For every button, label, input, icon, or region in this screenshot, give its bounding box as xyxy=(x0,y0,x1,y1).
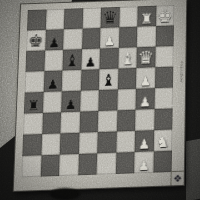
square-c7[interactable] xyxy=(42,112,61,134)
black-pawn-g7[interactable]: ♟ xyxy=(45,36,64,49)
square-d8[interactable]: ♜ xyxy=(24,92,43,114)
square-c8[interactable] xyxy=(23,113,42,135)
square-a7[interactable] xyxy=(40,155,59,177)
square-d6[interactable]: ♟ xyxy=(61,91,80,113)
square-d5[interactable] xyxy=(80,90,99,112)
square-f7[interactable] xyxy=(44,50,63,71)
square-e1[interactable] xyxy=(154,67,173,88)
square-c1[interactable] xyxy=(154,108,173,130)
white-pawn-d2[interactable]: ♟ xyxy=(136,95,155,109)
square-c2[interactable] xyxy=(135,109,154,131)
square-g8[interactable]: ♚ xyxy=(26,30,45,51)
square-d7[interactable] xyxy=(42,91,61,113)
square-d2[interactable]: ♟ xyxy=(135,88,154,110)
square-e8[interactable] xyxy=(25,71,44,92)
white-queen-f2[interactable]: ♛ xyxy=(136,49,155,67)
black-pawn-f5[interactable]: ♟ xyxy=(81,55,100,68)
white-king-h1[interactable]: ♚ xyxy=(156,7,175,25)
black-rook-d8[interactable]: ♜ xyxy=(24,98,43,113)
white-knight-b1[interactable]: ♞ xyxy=(153,135,172,151)
square-b8[interactable] xyxy=(22,134,41,156)
square-f8[interactable] xyxy=(25,50,44,71)
square-b1[interactable]: ♞ xyxy=(153,129,172,151)
square-a3[interactable] xyxy=(115,152,134,174)
square-h8[interactable] xyxy=(27,9,46,30)
black-pawn-d6[interactable]: ♟ xyxy=(61,98,80,112)
square-a4[interactable] xyxy=(97,153,116,175)
square-a2[interactable]: ♟ xyxy=(134,151,153,173)
black-king-g8[interactable]: ♚ xyxy=(26,32,45,50)
white-bishop-f3[interactable]: ♝ xyxy=(118,51,137,67)
board-brand-text: Flöccher xyxy=(179,61,184,83)
square-b5[interactable] xyxy=(78,132,97,154)
square-c3[interactable] xyxy=(116,110,135,132)
square-h4[interactable]: ♛ xyxy=(101,7,120,28)
square-f5[interactable]: ♟ xyxy=(81,49,100,70)
square-f3[interactable]: ♝ xyxy=(118,47,137,68)
square-e6[interactable] xyxy=(62,70,81,91)
white-pawn-e2[interactable]: ♟ xyxy=(136,74,155,88)
square-f1[interactable] xyxy=(155,46,174,67)
square-h5[interactable] xyxy=(82,8,101,29)
square-b7[interactable] xyxy=(41,133,60,155)
square-h3[interactable] xyxy=(119,6,138,27)
square-d4[interactable] xyxy=(98,89,117,111)
square-g3[interactable] xyxy=(118,27,137,48)
square-c4[interactable] xyxy=(98,110,117,132)
white-pawn-b2[interactable]: ♟ xyxy=(135,137,154,151)
square-g7[interactable]: ♟ xyxy=(45,29,64,50)
square-c5[interactable] xyxy=(79,111,98,133)
square-d1[interactable] xyxy=(154,87,173,109)
square-b4[interactable] xyxy=(97,131,116,153)
square-b2[interactable]: ♟ xyxy=(135,130,154,152)
square-g2[interactable] xyxy=(137,26,156,47)
square-e4[interactable]: ♝ xyxy=(99,69,118,90)
square-h7[interactable] xyxy=(45,9,64,30)
square-a6[interactable] xyxy=(59,154,78,176)
white-pawn-a2[interactable]: ♟ xyxy=(134,158,153,172)
square-h6[interactable] xyxy=(64,8,83,29)
square-g6[interactable] xyxy=(63,29,82,50)
black-bishop-e4[interactable]: ♝ xyxy=(99,73,118,90)
square-b3[interactable] xyxy=(116,131,135,153)
square-f2[interactable]: ♛ xyxy=(136,47,155,68)
table-edge-streak xyxy=(186,139,200,200)
square-g5[interactable] xyxy=(82,28,101,49)
square-e5[interactable] xyxy=(80,69,99,90)
chess-board: ♛♜♚♚♟♟♝♟♝♛♟♝♟♜♟♟♟♞♟ Flöccher ❖ xyxy=(14,0,186,191)
square-f6[interactable]: ♝ xyxy=(62,49,81,70)
black-bishop-f6[interactable]: ♝ xyxy=(62,53,81,69)
black-queen-h4[interactable]: ♛ xyxy=(101,9,120,27)
square-g1[interactable] xyxy=(155,25,174,46)
square-e2[interactable]: ♟ xyxy=(136,67,155,88)
board-frame: ♛♜♚♚♟♟♝♟♝♛♟♝♟♜♟♟♟♞♟ Flöccher ❖ xyxy=(14,0,186,191)
square-a1[interactable] xyxy=(153,151,172,173)
maker-emblem-icon: ❖ xyxy=(170,171,183,186)
square-a5[interactable] xyxy=(78,153,97,175)
black-pawn-e7[interactable]: ♟ xyxy=(43,77,62,91)
square-e7[interactable]: ♟ xyxy=(43,71,62,92)
board-grid: ♛♜♚♚♟♟♝♟♝♛♟♝♟♜♟♟♟♞♟ xyxy=(21,5,174,177)
square-g4[interactable]: ♟ xyxy=(100,27,119,48)
square-d3[interactable] xyxy=(117,89,136,111)
white-rook-h2[interactable]: ♜ xyxy=(137,11,156,25)
chessboard-photo: ♛♜♚♚♟♟♝♟♝♛♟♝♟♜♟♟♟♞♟ Flöccher ❖ xyxy=(0,0,200,200)
square-b6[interactable] xyxy=(60,133,79,155)
white-pawn-g4[interactable]: ♟ xyxy=(100,34,119,47)
square-a8[interactable] xyxy=(21,155,41,177)
square-f4[interactable] xyxy=(99,48,118,69)
square-h1[interactable]: ♚ xyxy=(156,5,175,26)
square-h2[interactable]: ♜ xyxy=(137,6,156,27)
square-c6[interactable] xyxy=(60,112,79,134)
square-e3[interactable] xyxy=(117,68,136,89)
background-shadow-blob xyxy=(50,188,80,200)
